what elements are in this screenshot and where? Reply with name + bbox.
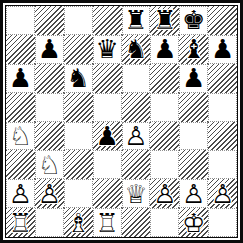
piece-glyph: ♙: [38, 181, 61, 207]
piece-black-rook: ♜♜: [150, 6, 179, 35]
chess-diagram: ♜♜♜♜♚♚♟♟♛♛♞♞♟♟♝♝♟♟♟♟♞♞♟♟♞♘♟♟♟♙♞♘♟♙♟♙♛♕♟♙…: [0, 0, 243, 243]
board-frame: ♜♜♜♜♚♚♟♟♛♛♞♞♟♟♝♝♟♟♟♟♞♞♟♟♞♘♟♟♟♙♞♘♟♙♟♙♛♕♟♙…: [5, 5, 238, 238]
square-c6[interactable]: ♞♞: [64, 64, 93, 93]
square-b8[interactable]: [35, 6, 64, 35]
piece-white-king: ♚♔: [179, 208, 208, 237]
piece-glyph: ♙: [9, 181, 32, 207]
square-g1[interactable]: ♚♔: [179, 208, 208, 237]
square-a2[interactable]: ♟♙: [6, 179, 35, 208]
square-a7[interactable]: [6, 35, 35, 64]
piece-white-pawn: ♟♙: [35, 179, 64, 208]
square-c4[interactable]: [64, 122, 93, 151]
piece-white-queen: ♛♕: [122, 179, 151, 208]
piece-glyph: ♝: [182, 36, 205, 62]
piece-white-pawn: ♟♙: [6, 179, 35, 208]
piece-glyph: ♛: [95, 36, 118, 62]
piece-glyph: ♚: [182, 7, 205, 33]
square-h5[interactable]: [208, 93, 237, 122]
square-d4[interactable]: ♟♟: [93, 122, 122, 151]
square-b4[interactable]: [35, 122, 64, 151]
square-h7[interactable]: ♟♟: [208, 35, 237, 64]
piece-white-pawn: ♟♙: [179, 179, 208, 208]
square-e6[interactable]: [122, 64, 151, 93]
piece-glyph: ♟: [211, 36, 234, 62]
square-h3[interactable]: [208, 150, 237, 179]
piece-black-pawn: ♟♟: [93, 122, 122, 151]
square-e8[interactable]: ♜♜: [122, 6, 151, 35]
square-c1[interactable]: ♝♗: [64, 208, 93, 237]
square-e3[interactable]: [122, 150, 151, 179]
square-f7[interactable]: ♟♟: [150, 35, 179, 64]
piece-black-pawn: ♟♟: [179, 64, 208, 93]
piece-glyph: ♟: [38, 36, 61, 62]
square-g6[interactable]: ♟♟: [179, 64, 208, 93]
square-d5[interactable]: [93, 93, 122, 122]
piece-glyph: ♙: [211, 181, 234, 207]
square-f2[interactable]: ♟♙: [150, 179, 179, 208]
piece-black-queen: ♛♛: [93, 35, 122, 64]
piece-white-knight: ♞♘: [6, 122, 35, 151]
square-a4[interactable]: ♞♘: [6, 122, 35, 151]
piece-glyph: ♙: [182, 181, 205, 207]
piece-glyph: ♟: [95, 123, 118, 149]
piece-glyph: ♖: [9, 210, 32, 236]
square-e5[interactable]: [122, 93, 151, 122]
square-g3[interactable]: [179, 150, 208, 179]
square-b2[interactable]: ♟♙: [35, 179, 64, 208]
square-a8[interactable]: [6, 6, 35, 35]
square-f6[interactable]: [150, 64, 179, 93]
square-f5[interactable]: [150, 93, 179, 122]
square-b1[interactable]: [35, 208, 64, 237]
square-e1[interactable]: [122, 208, 151, 237]
piece-white-bishop: ♝♗: [64, 208, 93, 237]
square-d6[interactable]: [93, 64, 122, 93]
piece-black-knight: ♞♞: [122, 35, 151, 64]
square-h4[interactable]: [208, 122, 237, 151]
square-e4[interactable]: ♟♙: [122, 122, 151, 151]
piece-glyph: ♞: [67, 65, 90, 91]
piece-glyph: ♟: [9, 65, 32, 91]
piece-glyph: ♞: [124, 36, 147, 62]
piece-black-pawn: ♟♟: [208, 35, 237, 64]
piece-black-pawn: ♟♟: [35, 35, 64, 64]
piece-white-knight: ♞♘: [35, 150, 64, 179]
square-f3[interactable]: [150, 150, 179, 179]
square-c3[interactable]: [64, 150, 93, 179]
square-b6[interactable]: [35, 64, 64, 93]
square-d2[interactable]: [93, 179, 122, 208]
piece-glyph: ♘: [38, 152, 61, 178]
square-b3[interactable]: ♞♘: [35, 150, 64, 179]
piece-white-pawn: ♟♙: [150, 179, 179, 208]
square-d8[interactable]: [93, 6, 122, 35]
square-h1[interactable]: [208, 208, 237, 237]
square-c2[interactable]: [64, 179, 93, 208]
square-g8[interactable]: ♚♚: [179, 6, 208, 35]
square-f1[interactable]: [150, 208, 179, 237]
piece-white-rook: ♜♖: [93, 208, 122, 237]
piece-glyph: ♘: [9, 123, 32, 149]
square-a3[interactable]: [6, 150, 35, 179]
square-g7[interactable]: ♝♝: [179, 35, 208, 64]
piece-glyph: ♜: [124, 7, 147, 33]
square-d7[interactable]: ♛♛: [93, 35, 122, 64]
square-b5[interactable]: [35, 93, 64, 122]
square-a1[interactable]: ♜♖: [6, 208, 35, 237]
square-b7[interactable]: ♟♟: [35, 35, 64, 64]
square-h6[interactable]: [208, 64, 237, 93]
square-f8[interactable]: ♜♜: [150, 6, 179, 35]
square-c8[interactable]: [64, 6, 93, 35]
square-g4[interactable]: [179, 122, 208, 151]
piece-white-rook: ♜♖: [6, 208, 35, 237]
square-d3[interactable]: [93, 150, 122, 179]
square-e7[interactable]: ♞♞: [122, 35, 151, 64]
piece-black-bishop: ♝♝: [179, 35, 208, 64]
square-h8[interactable]: [208, 6, 237, 35]
piece-glyph: ♕: [124, 181, 147, 207]
square-e2[interactable]: ♛♕: [122, 179, 151, 208]
square-c5[interactable]: [64, 93, 93, 122]
piece-glyph: ♖: [95, 210, 118, 236]
square-g2[interactable]: ♟♙: [179, 179, 208, 208]
piece-white-pawn: ♟♙: [208, 179, 237, 208]
piece-glyph: ♜: [153, 7, 176, 33]
piece-glyph: ♙: [124, 123, 147, 149]
square-c7[interactable]: [64, 35, 93, 64]
piece-black-pawn: ♟♟: [6, 64, 35, 93]
square-a6[interactable]: ♟♟: [6, 64, 35, 93]
square-d1[interactable]: ♜♖: [93, 208, 122, 237]
piece-black-king: ♚♚: [179, 6, 208, 35]
piece-glyph: ♟: [182, 65, 205, 91]
piece-glyph: ♔: [182, 210, 205, 236]
square-a5[interactable]: [6, 93, 35, 122]
square-h2[interactable]: ♟♙: [208, 179, 237, 208]
piece-black-knight: ♞♞: [64, 64, 93, 93]
piece-black-rook: ♜♜: [122, 6, 151, 35]
square-f4[interactable]: [150, 122, 179, 151]
square-g5[interactable]: [179, 93, 208, 122]
chess-board: ♜♜♜♜♚♚♟♟♛♛♞♞♟♟♝♝♟♟♟♟♞♞♟♟♞♘♟♟♟♙♞♘♟♙♟♙♛♕♟♙…: [6, 6, 237, 237]
piece-glyph: ♗: [67, 210, 90, 236]
piece-black-pawn: ♟♟: [150, 35, 179, 64]
piece-white-pawn: ♟♙: [122, 122, 151, 151]
piece-glyph: ♟: [153, 36, 176, 62]
piece-glyph: ♙: [153, 181, 176, 207]
